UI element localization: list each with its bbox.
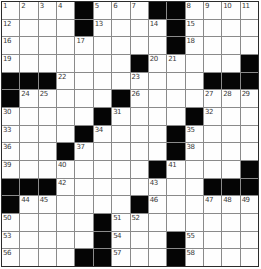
clue-number-53: 53 bbox=[3, 232, 11, 240]
cell-r12c5[interactable] bbox=[75, 196, 92, 213]
cell-r10c3[interactable] bbox=[39, 161, 56, 178]
cell-r6c11[interactable] bbox=[186, 90, 203, 107]
clue-number-35: 35 bbox=[187, 126, 195, 134]
cell-r5c5[interactable] bbox=[75, 73, 92, 90]
cell-r1c1[interactable]: 1 bbox=[2, 2, 19, 19]
clue-number-31: 31 bbox=[113, 108, 121, 116]
cell-r12c7[interactable] bbox=[112, 196, 129, 213]
clue-number-43: 43 bbox=[150, 179, 158, 187]
black-square-r12c1 bbox=[2, 196, 19, 213]
cell-r6c8[interactable]: 26 bbox=[131, 90, 148, 107]
clue-number-47: 47 bbox=[205, 196, 213, 204]
cell-r3c7[interactable] bbox=[112, 37, 129, 54]
cell-r9c3[interactable] bbox=[39, 143, 56, 160]
cell-r10c2[interactable] bbox=[20, 161, 37, 178]
cell-r6c4[interactable] bbox=[57, 90, 74, 107]
cell-r11c8[interactable] bbox=[131, 179, 148, 196]
cell-r3c3[interactable] bbox=[39, 37, 56, 54]
cell-r14c2[interactable] bbox=[20, 232, 37, 249]
cell-r12c12[interactable]: 47 bbox=[204, 196, 221, 213]
clue-number-39: 39 bbox=[3, 161, 11, 169]
cell-r12c3[interactable]: 45 bbox=[39, 196, 56, 213]
black-square-r11c14 bbox=[241, 179, 258, 196]
cell-r14c9[interactable] bbox=[149, 232, 166, 249]
cell-r2c1[interactable]: 12 bbox=[2, 20, 19, 37]
cell-r11c4[interactable]: 42 bbox=[57, 179, 74, 196]
cell-r13c2[interactable] bbox=[20, 214, 37, 231]
cell-r3c2[interactable] bbox=[20, 37, 37, 54]
cell-r13c13[interactable] bbox=[222, 214, 239, 231]
clue-number-48: 48 bbox=[223, 196, 231, 204]
cell-r2c6[interactable]: 13 bbox=[94, 20, 111, 37]
cell-r1c13[interactable]: 10 bbox=[222, 2, 239, 19]
black-square-r11c1 bbox=[2, 179, 19, 196]
cell-r5c7[interactable] bbox=[112, 73, 129, 90]
cell-r9c8[interactable] bbox=[131, 143, 148, 160]
clue-number-20: 20 bbox=[150, 55, 158, 63]
cell-r3c6[interactable] bbox=[94, 37, 111, 54]
cell-r7c12[interactable]: 32 bbox=[204, 108, 221, 125]
cell-r12c9[interactable]: 46 bbox=[149, 196, 166, 213]
clue-number-15: 15 bbox=[187, 20, 195, 28]
cell-r3c12[interactable] bbox=[204, 37, 221, 54]
cell-r13c12[interactable] bbox=[204, 214, 221, 231]
cell-r4c11[interactable] bbox=[186, 55, 203, 72]
cell-r11c7[interactable] bbox=[112, 179, 129, 196]
clue-number-40: 40 bbox=[58, 161, 66, 169]
black-square-r4c14 bbox=[241, 55, 258, 72]
cell-r7c9[interactable] bbox=[149, 108, 166, 125]
cell-r13c14[interactable] bbox=[241, 214, 258, 231]
cell-r2c2[interactable] bbox=[20, 20, 37, 37]
cell-r9c5[interactable]: 37 bbox=[75, 143, 92, 160]
cell-r10c4[interactable]: 40 bbox=[57, 161, 74, 178]
cell-r2c11[interactable]: 15 bbox=[186, 20, 203, 37]
black-square-r11c12 bbox=[204, 179, 221, 196]
cell-r7c10[interactable] bbox=[167, 108, 184, 125]
cell-r1c8[interactable]: 7 bbox=[131, 2, 148, 19]
cell-r3c4[interactable] bbox=[57, 37, 74, 54]
cell-r15c9[interactable] bbox=[149, 249, 166, 266]
clue-number-27: 27 bbox=[205, 90, 213, 98]
cell-r2c4[interactable] bbox=[57, 20, 74, 37]
crossword-page: 1234567891011121314151617181920212223242… bbox=[0, 0, 261, 269]
cell-r8c1[interactable]: 33 bbox=[2, 126, 19, 143]
cell-r7c1[interactable]: 30 bbox=[2, 108, 19, 125]
cell-r8c2[interactable] bbox=[20, 126, 37, 143]
cell-r5c9[interactable] bbox=[149, 73, 166, 90]
cell-r1c4[interactable]: 4 bbox=[57, 2, 74, 19]
black-square-r12c8 bbox=[131, 196, 148, 213]
black-square-r15c5 bbox=[75, 249, 92, 266]
black-square-r11c13 bbox=[222, 179, 239, 196]
cell-r13c8[interactable]: 52 bbox=[131, 214, 148, 231]
black-square-r9c4 bbox=[57, 143, 74, 160]
cell-r10c8[interactable] bbox=[131, 161, 148, 178]
clue-number-50: 50 bbox=[3, 214, 11, 222]
black-square-r14c6 bbox=[94, 232, 111, 249]
black-square-r5c1 bbox=[2, 73, 19, 90]
cell-r1c12[interactable]: 9 bbox=[204, 2, 221, 19]
black-square-r8c5 bbox=[75, 126, 92, 143]
clue-number-28: 28 bbox=[223, 90, 231, 98]
cell-r2c3[interactable] bbox=[39, 20, 56, 37]
cell-r8c13[interactable] bbox=[222, 126, 239, 143]
cell-r10c5[interactable] bbox=[75, 161, 92, 178]
cell-r9c9[interactable] bbox=[149, 143, 166, 160]
cell-r4c13[interactable] bbox=[222, 55, 239, 72]
clue-number-16: 16 bbox=[3, 37, 11, 45]
cell-r5c11[interactable] bbox=[186, 73, 203, 90]
cell-r4c7[interactable] bbox=[112, 55, 129, 72]
cell-r14c8[interactable] bbox=[131, 232, 148, 249]
black-square-r7c11 bbox=[186, 108, 203, 125]
cell-r6c2[interactable]: 24 bbox=[20, 90, 37, 107]
cell-r15c4[interactable] bbox=[57, 249, 74, 266]
cell-r9c2[interactable] bbox=[20, 143, 37, 160]
cell-r10c7[interactable] bbox=[112, 161, 129, 178]
clue-number-21: 21 bbox=[168, 55, 176, 63]
black-square-r3c10 bbox=[167, 37, 184, 54]
cell-r10c12[interactable] bbox=[204, 161, 221, 178]
cell-r8c7[interactable] bbox=[112, 126, 129, 143]
cell-r14c13[interactable] bbox=[222, 232, 239, 249]
cell-r8c6[interactable]: 34 bbox=[94, 126, 111, 143]
cell-r15c12[interactable] bbox=[204, 249, 221, 266]
clue-number-12: 12 bbox=[3, 20, 11, 28]
black-square-r14c10 bbox=[167, 232, 184, 249]
cell-r7c3[interactable] bbox=[39, 108, 56, 125]
cell-r1c14[interactable]: 11 bbox=[241, 2, 258, 19]
clue-number-30: 30 bbox=[3, 108, 11, 116]
cell-r11c5[interactable] bbox=[75, 179, 92, 196]
cell-r7c2[interactable] bbox=[20, 108, 37, 125]
cell-r5c6[interactable] bbox=[94, 73, 111, 90]
clue-number-42: 42 bbox=[58, 179, 66, 187]
cell-r3c11[interactable]: 18 bbox=[186, 37, 203, 54]
cell-r9c6[interactable] bbox=[94, 143, 111, 160]
cell-r8c11[interactable]: 35 bbox=[186, 126, 203, 143]
cell-r10c11[interactable] bbox=[186, 161, 203, 178]
clue-number-46: 46 bbox=[150, 196, 158, 204]
cell-r10c1[interactable]: 39 bbox=[2, 161, 19, 178]
clue-number-38: 38 bbox=[187, 143, 195, 151]
cell-r13c9[interactable] bbox=[149, 214, 166, 231]
cell-r7c4[interactable] bbox=[57, 108, 74, 125]
cell-r7c14[interactable] bbox=[241, 108, 258, 125]
cell-r2c7[interactable] bbox=[112, 20, 129, 37]
cell-r13c1[interactable]: 50 bbox=[2, 214, 19, 231]
cell-r11c9[interactable]: 43 bbox=[149, 179, 166, 196]
cell-r8c3[interactable] bbox=[39, 126, 56, 143]
cell-r14c11[interactable]: 55 bbox=[186, 232, 203, 249]
clue-number-23: 23 bbox=[132, 73, 140, 81]
black-square-r6c7 bbox=[112, 90, 129, 107]
cell-r5c10[interactable] bbox=[167, 73, 184, 90]
cell-r15c2[interactable] bbox=[20, 249, 37, 266]
cell-r15c3[interactable] bbox=[39, 249, 56, 266]
cell-r14c7[interactable]: 54 bbox=[112, 232, 129, 249]
clue-number-56: 56 bbox=[3, 249, 11, 257]
cell-r7c7[interactable]: 31 bbox=[112, 108, 129, 125]
cell-r4c5[interactable] bbox=[75, 55, 92, 72]
clue-number-3: 3 bbox=[40, 2, 44, 10]
cell-r15c14[interactable] bbox=[241, 249, 258, 266]
cell-r8c12[interactable] bbox=[204, 126, 221, 143]
clue-number-29: 29 bbox=[242, 90, 250, 98]
crossword-grid: 1234567891011121314151617181920212223242… bbox=[1, 1, 259, 267]
cell-r1c6[interactable]: 5 bbox=[94, 2, 111, 19]
black-square-r15c10 bbox=[167, 249, 184, 266]
clue-number-34: 34 bbox=[95, 126, 103, 134]
cell-r4c6[interactable] bbox=[94, 55, 111, 72]
cell-r10c13[interactable] bbox=[222, 161, 239, 178]
clue-number-36: 36 bbox=[3, 143, 11, 151]
cell-r8c8[interactable] bbox=[131, 126, 148, 143]
cell-r9c7[interactable] bbox=[112, 143, 129, 160]
clue-number-45: 45 bbox=[40, 196, 48, 204]
black-square-r1c10 bbox=[167, 2, 184, 19]
cell-r10c10[interactable]: 41 bbox=[167, 161, 184, 178]
clue-number-51: 51 bbox=[113, 214, 121, 222]
cell-r6c5[interactable] bbox=[75, 90, 92, 107]
cell-r2c13[interactable] bbox=[222, 20, 239, 37]
black-square-r8c10 bbox=[167, 126, 184, 143]
black-square-r1c9 bbox=[149, 2, 166, 19]
cell-r8c14[interactable] bbox=[241, 126, 258, 143]
cell-r3c5[interactable]: 17 bbox=[75, 37, 92, 54]
cell-r12c13[interactable]: 48 bbox=[222, 196, 239, 213]
clue-number-26: 26 bbox=[132, 90, 140, 98]
black-square-r11c2 bbox=[20, 179, 37, 196]
cell-r13c10[interactable] bbox=[167, 214, 184, 231]
cell-r14c12[interactable] bbox=[204, 232, 221, 249]
cell-r4c9[interactable]: 20 bbox=[149, 55, 166, 72]
clue-number-19: 19 bbox=[3, 55, 11, 63]
clue-number-58: 58 bbox=[187, 249, 195, 257]
cell-r12c11[interactable] bbox=[186, 196, 203, 213]
cell-r3c13[interactable] bbox=[222, 37, 239, 54]
clue-number-33: 33 bbox=[3, 126, 11, 134]
cell-r6c12[interactable]: 27 bbox=[204, 90, 221, 107]
cell-r15c1[interactable]: 56 bbox=[2, 249, 19, 266]
cell-r4c2[interactable] bbox=[20, 55, 37, 72]
cell-r4c4[interactable] bbox=[57, 55, 74, 72]
clue-number-55: 55 bbox=[187, 232, 195, 240]
cell-r7c13[interactable] bbox=[222, 108, 239, 125]
clue-number-14: 14 bbox=[150, 20, 158, 28]
clue-number-25: 25 bbox=[40, 90, 48, 98]
clue-number-41: 41 bbox=[168, 161, 176, 169]
cell-r3c14[interactable] bbox=[241, 37, 258, 54]
cell-r3c1[interactable]: 16 bbox=[2, 37, 19, 54]
clue-number-4: 4 bbox=[58, 2, 62, 10]
cell-r14c1[interactable]: 53 bbox=[2, 232, 19, 249]
cell-r14c4[interactable] bbox=[57, 232, 74, 249]
cell-r4c3[interactable] bbox=[39, 55, 56, 72]
cell-r6c3[interactable]: 25 bbox=[39, 90, 56, 107]
black-square-r6c1 bbox=[2, 90, 19, 107]
black-square-r11c3 bbox=[39, 179, 56, 196]
cell-r13c3[interactable] bbox=[39, 214, 56, 231]
black-square-r7c6 bbox=[94, 108, 111, 125]
black-square-r2c5 bbox=[75, 20, 92, 37]
cell-r14c14[interactable] bbox=[241, 232, 258, 249]
clue-number-24: 24 bbox=[21, 90, 29, 98]
black-square-r10c14 bbox=[241, 161, 258, 178]
clue-number-7: 7 bbox=[132, 2, 136, 10]
cell-r9c14[interactable] bbox=[241, 143, 258, 160]
black-square-r10c9 bbox=[149, 161, 166, 178]
clue-number-57: 57 bbox=[113, 249, 121, 257]
cell-r6c13[interactable]: 28 bbox=[222, 90, 239, 107]
cell-r12c10[interactable] bbox=[167, 196, 184, 213]
clue-number-22: 22 bbox=[58, 73, 66, 81]
cell-r12c6[interactable] bbox=[94, 196, 111, 213]
cell-r9c1[interactable]: 36 bbox=[2, 143, 19, 160]
cell-r1c11[interactable]: 8 bbox=[186, 2, 203, 19]
cell-r7c5[interactable] bbox=[75, 108, 92, 125]
cell-r11c11[interactable] bbox=[186, 179, 203, 196]
clue-number-9: 9 bbox=[205, 2, 209, 10]
cell-r2c8[interactable] bbox=[131, 20, 148, 37]
clue-number-10: 10 bbox=[223, 2, 231, 10]
cell-r13c11[interactable] bbox=[186, 214, 203, 231]
cell-r2c9[interactable]: 14 bbox=[149, 20, 166, 37]
clue-number-52: 52 bbox=[132, 214, 140, 222]
cell-r12c2[interactable]: 44 bbox=[20, 196, 37, 213]
clue-number-1: 1 bbox=[3, 2, 7, 10]
cell-r5c4[interactable]: 22 bbox=[57, 73, 74, 90]
clue-number-54: 54 bbox=[113, 232, 121, 240]
clue-number-32: 32 bbox=[205, 108, 213, 116]
cell-r3c8[interactable] bbox=[131, 37, 148, 54]
black-square-r5c14 bbox=[241, 73, 258, 90]
cell-r6c10[interactable] bbox=[167, 90, 184, 107]
cell-r3c9[interactable] bbox=[149, 37, 166, 54]
clue-number-2: 2 bbox=[21, 2, 25, 10]
clue-number-6: 6 bbox=[113, 2, 117, 10]
black-square-r5c12 bbox=[204, 73, 221, 90]
cell-r4c10[interactable]: 21 bbox=[167, 55, 184, 72]
cell-r12c4[interactable] bbox=[57, 196, 74, 213]
clue-number-44: 44 bbox=[21, 196, 29, 204]
cell-r2c12[interactable] bbox=[204, 20, 221, 37]
cell-r14c5[interactable] bbox=[75, 232, 92, 249]
cell-r2c14[interactable] bbox=[241, 20, 258, 37]
cell-r9c12[interactable] bbox=[204, 143, 221, 160]
cell-r14c3[interactable] bbox=[39, 232, 56, 249]
cell-r1c7[interactable]: 6 bbox=[112, 2, 129, 19]
cell-r13c4[interactable] bbox=[57, 214, 74, 231]
cell-r9c13[interactable] bbox=[222, 143, 239, 160]
cell-r13c5[interactable] bbox=[75, 214, 92, 231]
black-square-r5c3 bbox=[39, 73, 56, 90]
cell-r9c11[interactable]: 38 bbox=[186, 143, 203, 160]
cell-r12c14[interactable]: 49 bbox=[241, 196, 258, 213]
cell-r15c13[interactable] bbox=[222, 249, 239, 266]
cell-r8c9[interactable] bbox=[149, 126, 166, 143]
clue-number-8: 8 bbox=[187, 2, 191, 10]
cell-r5c8[interactable]: 23 bbox=[131, 73, 148, 90]
cell-r15c7[interactable]: 57 bbox=[112, 249, 129, 266]
cell-r1c2[interactable]: 2 bbox=[20, 2, 37, 19]
cell-r7c8[interactable] bbox=[131, 108, 148, 125]
cell-r11c10[interactable] bbox=[167, 179, 184, 196]
black-square-r5c2 bbox=[20, 73, 37, 90]
cell-r6c14[interactable]: 29 bbox=[241, 90, 258, 107]
clue-number-5: 5 bbox=[95, 2, 99, 10]
cell-r11c6[interactable] bbox=[94, 179, 111, 196]
cell-r1c3[interactable]: 3 bbox=[39, 2, 56, 19]
clue-number-11: 11 bbox=[242, 2, 250, 10]
cell-r8c4[interactable] bbox=[57, 126, 74, 143]
cell-r10c6[interactable] bbox=[94, 161, 111, 178]
black-square-r2c10 bbox=[167, 20, 184, 37]
clue-number-17: 17 bbox=[76, 37, 84, 45]
cell-r15c8[interactable] bbox=[131, 249, 148, 266]
cell-r6c6[interactable] bbox=[94, 90, 111, 107]
black-square-r15c6 bbox=[94, 249, 111, 266]
black-square-r13c6 bbox=[94, 214, 111, 231]
black-square-r9c10 bbox=[167, 143, 184, 160]
cell-r15c11[interactable]: 58 bbox=[186, 249, 203, 266]
clue-number-18: 18 bbox=[187, 37, 195, 45]
cell-r4c12[interactable] bbox=[204, 55, 221, 72]
cell-r6c9[interactable] bbox=[149, 90, 166, 107]
clue-number-13: 13 bbox=[95, 20, 103, 28]
cell-r4c1[interactable]: 19 bbox=[2, 55, 19, 72]
clue-number-37: 37 bbox=[76, 143, 84, 151]
black-square-r5c13 bbox=[222, 73, 239, 90]
cell-r13c7[interactable]: 51 bbox=[112, 214, 129, 231]
clue-number-49: 49 bbox=[242, 196, 250, 204]
black-square-r4c8 bbox=[131, 55, 148, 72]
black-square-r1c5 bbox=[75, 2, 92, 19]
